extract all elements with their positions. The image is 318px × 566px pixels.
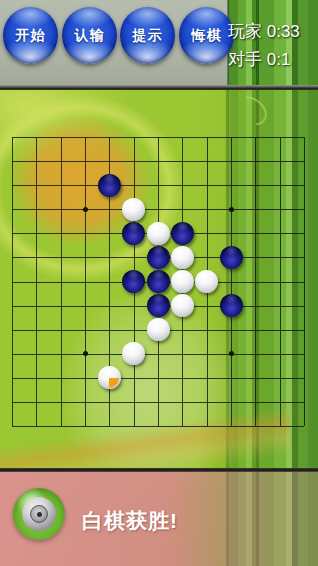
stone-white [122,198,145,221]
stone-white [171,270,194,293]
clock-panel: 玩家 0:33 对手 0:1 [228,18,318,74]
stone-black [122,270,145,293]
undo-button[interactable]: 悔棋 [179,7,234,64]
grid-line-horizontal [12,354,304,355]
speaker-cone [22,497,56,531]
stone-black [98,174,121,197]
stone-white [147,222,170,245]
grid-line-vertical [304,137,305,426]
opponent-time: 0:1 [267,50,291,69]
hint-button[interactable]: 提示 [120,7,175,64]
speaker-cone-mid [30,505,48,523]
opponent-label: 对手 [228,50,262,69]
grid-line-vertical [231,137,232,426]
stone-white [171,294,194,317]
stone-black [171,222,194,245]
toolbar-divider [0,85,318,90]
stone-black [220,294,243,317]
stone-black [147,270,170,293]
player-label: 玩家 [228,22,262,41]
star-point [83,351,88,356]
grid-line-vertical [280,137,281,426]
gomoku-app-screen: 开始 认输 提示 悔棋 玩家 0:33 对手 0:1 白棋获胜! [0,0,318,566]
player-time: 0:33 [267,22,300,41]
speaker-icon [13,488,65,540]
grid-line-vertical [255,137,256,426]
stone-black [122,222,145,245]
star-point [83,207,88,212]
star-point [229,351,234,356]
last-move-marker [109,378,119,388]
result-text: 白棋获胜! [82,507,178,535]
player-clock: 玩家 0:33 [228,18,318,46]
grid-line-horizontal [12,426,304,427]
stone-white [147,318,170,341]
stone-white [171,246,194,269]
star-point [229,207,234,212]
stone-black [147,246,170,269]
start-button[interactable]: 开始 [3,7,58,64]
stone-white [98,366,121,389]
toolbar: 开始 认输 提示 悔棋 玩家 0:33 对手 0:1 [0,0,318,90]
grid-line-horizontal [12,402,304,403]
stone-white [195,270,218,293]
grid-line-horizontal [12,378,304,379]
stone-black [147,294,170,317]
stone-white [122,342,145,365]
resign-button[interactable]: 认输 [62,7,117,64]
opponent-clock: 对手 0:1 [228,46,318,74]
stone-black [220,246,243,269]
speaker-cone-dot [37,512,42,517]
